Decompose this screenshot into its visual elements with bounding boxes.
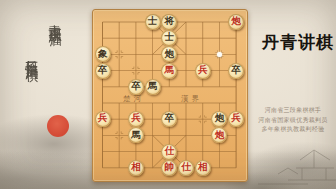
river-label-han: 漢界 — [181, 94, 202, 104]
piece-black-soldier[interactable]: 卒 — [228, 63, 244, 79]
piece-red-elephant[interactable]: 相 — [195, 160, 211, 176]
piece-red-elephant[interactable]: 相 — [128, 160, 144, 176]
piece-black-elephant[interactable]: 象 — [95, 46, 111, 62]
move-indicator-dot — [217, 52, 222, 57]
piece-red-horse[interactable]: 馬 — [161, 63, 177, 79]
credential-line: 多年象棋执教裁判经验 — [250, 125, 336, 135]
piece-black-soldier[interactable]: 卒 — [128, 79, 144, 95]
pavilion-sketch — [248, 138, 336, 188]
red-sun-icon — [47, 115, 69, 137]
piece-red-advisor[interactable]: 仕 — [161, 144, 177, 160]
poem-column-right: 青山不厌三杯酒 — [45, 14, 63, 25]
piece-red-cannon[interactable]: 炮 — [228, 14, 244, 30]
xiangqi-board[interactable]: 楚河 漢界 士将炮士象炮卒馬兵卒卒馬兵兵卒炮兵馬炮仕相帥仕相 — [92, 9, 248, 182]
poem-column-left: 长日惟消一局棋 — [22, 50, 40, 61]
credential-line: 河南省国家级优秀裁判员 — [250, 116, 336, 126]
piece-black-soldier[interactable]: 卒 — [95, 63, 111, 79]
piece-red-soldier[interactable]: 兵 — [195, 63, 211, 79]
piece-red-soldier[interactable]: 兵 — [95, 111, 111, 127]
river-label-chu: 楚河 — [123, 94, 144, 104]
piece-red-soldier[interactable]: 兵 — [128, 111, 144, 127]
piece-black-advisor[interactable]: 士 — [145, 14, 161, 30]
credential-line: 河南省三段象棋棋手 — [250, 106, 336, 116]
page-title: 丹青讲棋 — [261, 31, 335, 54]
screenshot-root: 青山不厌三杯酒 长日惟消一局棋 楚河 漢界 士将炮士象炮卒馬兵卒卒馬兵兵卒炮兵馬… — [0, 0, 336, 189]
credentials-block: 河南省三段象棋棋手 河南省国家级优秀裁判员 多年象棋执教裁判经验 — [250, 106, 336, 135]
piece-red-general[interactable]: 帥 — [161, 160, 177, 176]
piece-black-horse[interactable]: 馬 — [145, 79, 161, 95]
piece-red-advisor[interactable]: 仕 — [178, 160, 194, 176]
